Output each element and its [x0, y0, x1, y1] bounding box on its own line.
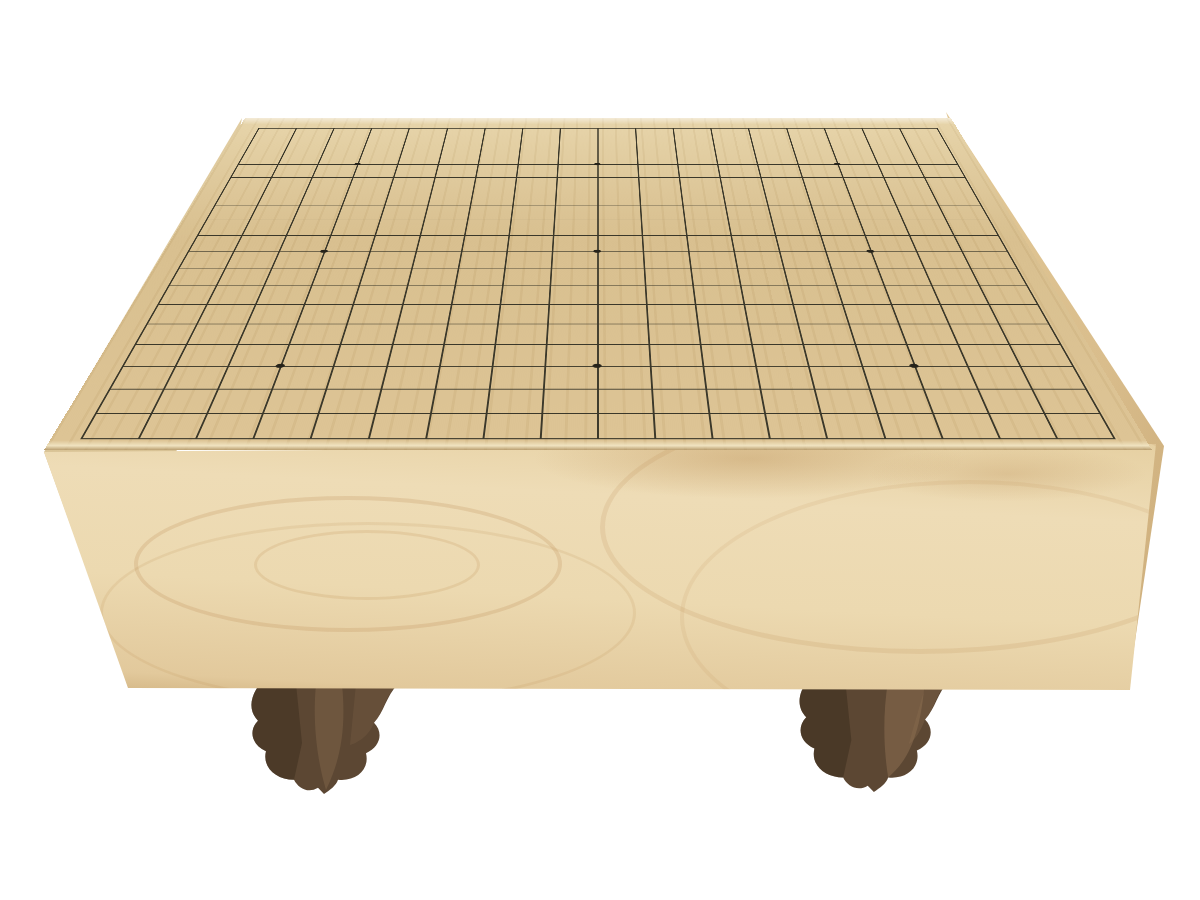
grid-cell — [635, 128, 674, 140]
grid-cell — [793, 304, 848, 324]
grid-cell — [725, 205, 771, 220]
grid-cell — [597, 128, 635, 140]
grid-cell — [392, 324, 447, 345]
grid-cell — [517, 152, 558, 164]
grid-cell — [312, 164, 358, 177]
grid-cell — [837, 164, 883, 177]
grid-cell — [970, 268, 1027, 286]
grid-cell — [688, 251, 737, 268]
grid-cell — [693, 286, 744, 305]
go-grid — [80, 128, 1116, 439]
grid-cell — [263, 268, 317, 286]
grid-cell — [638, 177, 680, 191]
grid-cell — [458, 251, 507, 268]
grid-cell — [895, 205, 945, 220]
grid-cell — [686, 235, 734, 251]
grid-cell — [905, 140, 950, 152]
grid-cell — [864, 235, 916, 251]
grid-cell — [347, 177, 393, 191]
wood-grain-ring — [254, 530, 480, 600]
grid-cell — [489, 366, 545, 389]
grid-cell — [641, 220, 686, 235]
grid-cell — [558, 140, 597, 152]
grid-cell — [728, 220, 775, 235]
grid-cell — [544, 344, 597, 366]
grid-cell — [979, 286, 1037, 305]
grid-cell — [467, 205, 512, 220]
grid-cell — [326, 366, 386, 389]
grid-cell — [437, 152, 479, 164]
grid-cell — [644, 268, 693, 286]
grid-cell — [597, 304, 647, 324]
grid-cell — [597, 191, 640, 205]
grid-cell — [597, 177, 639, 191]
grid-cell — [930, 191, 980, 205]
grid-cell — [311, 268, 364, 286]
grid-cell — [434, 366, 491, 389]
grid-cell — [797, 164, 842, 177]
grid-cell — [293, 205, 342, 220]
grid-cell — [516, 164, 558, 177]
grid-cell — [842, 177, 889, 191]
grid-cell — [218, 366, 281, 389]
grid-cell — [353, 164, 398, 177]
grid-cell — [541, 389, 597, 413]
grid-cell — [272, 366, 333, 389]
grid-cell — [679, 177, 722, 191]
grid-cell — [233, 235, 286, 251]
grid-cell — [306, 177, 353, 191]
grid-cell — [597, 164, 638, 177]
grid-cell — [682, 205, 727, 220]
grid-cell — [597, 140, 636, 152]
grid-cell — [866, 140, 910, 152]
grid-cell — [710, 128, 751, 140]
grid-cell — [470, 191, 514, 205]
grid-cell — [279, 235, 331, 251]
grid-cell — [510, 205, 554, 220]
grid-cell — [289, 324, 347, 345]
grid-cell — [757, 164, 801, 177]
grid-cell — [477, 152, 519, 164]
grid-cell — [815, 220, 864, 235]
grid-cell — [690, 268, 740, 286]
grid-cell — [597, 324, 648, 345]
grid-cell — [902, 220, 953, 235]
grid-cell — [700, 344, 755, 366]
grid-cell — [359, 268, 411, 286]
grid-cell — [988, 304, 1048, 324]
grid-cell — [398, 152, 441, 164]
grid-cell — [242, 220, 293, 235]
grid-cell — [514, 177, 557, 191]
grid-cell — [405, 128, 446, 140]
grid-cell — [249, 205, 299, 220]
grid-cell — [767, 205, 814, 220]
grid-cell — [828, 140, 872, 152]
grid-cell — [876, 268, 930, 286]
grid-cell — [461, 235, 509, 251]
grid-cell — [868, 389, 931, 413]
grid-cell — [786, 128, 828, 140]
grid-cell — [760, 177, 805, 191]
grid-cell — [597, 344, 650, 366]
grid-cell — [402, 140, 444, 152]
grid-cell — [889, 191, 938, 205]
grid-cell — [854, 344, 914, 366]
grid-cell — [597, 268, 645, 286]
grid-cell — [278, 152, 324, 164]
grid-cell — [819, 235, 870, 251]
grid-cell — [722, 191, 767, 205]
grid-cell — [464, 220, 510, 235]
grid-cell — [861, 128, 905, 140]
grid-cell — [430, 389, 489, 413]
grid-cell — [228, 344, 289, 366]
grid-cell — [255, 286, 311, 305]
grid-cell — [814, 389, 876, 413]
grid-cell — [808, 366, 868, 389]
grid-cell — [734, 251, 784, 268]
grid-cell — [280, 344, 340, 366]
grid-cell — [451, 286, 502, 305]
grid-cell — [793, 152, 837, 164]
grid-cell — [494, 324, 547, 345]
grid-cell — [506, 235, 553, 251]
grid-cell — [247, 304, 305, 324]
grid-cell — [751, 344, 808, 366]
grid-cell — [425, 413, 486, 438]
grid-cell — [499, 286, 549, 305]
grid-cell — [333, 344, 391, 366]
grid-cell — [549, 268, 597, 286]
grid-cell — [386, 344, 443, 366]
grid-cell — [779, 251, 830, 268]
grid-cell — [362, 140, 405, 152]
grid-cell — [393, 164, 437, 177]
grid-cell — [917, 164, 964, 177]
grid-cell — [286, 220, 336, 235]
grid-cell — [237, 324, 296, 345]
grid-cell — [475, 164, 517, 177]
grid-cell — [653, 413, 712, 438]
grid-cell — [597, 152, 637, 164]
grid-cell — [257, 191, 306, 205]
grid-cell — [924, 177, 973, 191]
go-board-top — [44, 118, 1152, 450]
grid-cell — [636, 140, 676, 152]
grid-cell — [805, 191, 852, 205]
grid-cell — [899, 128, 943, 140]
grid-cell — [300, 191, 348, 205]
grid-cell — [677, 164, 719, 177]
grid-cell — [803, 344, 861, 366]
grid-cell — [597, 366, 651, 389]
grid-cell — [825, 251, 877, 268]
grid-cell — [521, 128, 560, 140]
grid-cell — [789, 140, 832, 152]
grid-cell — [540, 413, 597, 438]
grid-cell — [646, 304, 697, 324]
grid-cell — [415, 235, 464, 251]
carved-leg-shape — [246, 684, 414, 796]
grid-cell — [709, 413, 770, 438]
grid-cell — [597, 220, 641, 235]
grid-cell — [870, 251, 923, 268]
grid-cell — [340, 324, 397, 345]
grid-cell — [1031, 389, 1099, 413]
grid-cell — [557, 152, 597, 164]
grid-cell — [841, 304, 897, 324]
grid-cell — [911, 152, 957, 164]
grid-cell — [823, 128, 866, 140]
grid-cell — [472, 177, 515, 191]
grid-cell — [847, 191, 895, 205]
grid-cell — [551, 251, 598, 268]
grid-cell — [370, 235, 420, 251]
grid-cell — [402, 286, 454, 305]
grid-cell — [673, 128, 713, 140]
grid-cell — [512, 191, 555, 205]
grid-cell — [389, 177, 434, 191]
grid-cell — [552, 235, 597, 251]
grid-cell — [737, 268, 788, 286]
grid-cell — [1043, 413, 1113, 438]
grid-cell — [760, 389, 820, 413]
grid-cell — [482, 128, 522, 140]
grid-cell — [905, 344, 966, 366]
grid-cell — [744, 304, 798, 324]
grid-cell — [788, 286, 842, 305]
grid-cell — [482, 413, 541, 438]
grid-cell — [504, 251, 552, 268]
grid-cell — [447, 304, 500, 324]
grid-cell — [764, 191, 810, 205]
grid-cell — [703, 366, 760, 389]
grid-cell — [238, 152, 284, 164]
grid-cell — [890, 304, 948, 324]
grid-cell — [358, 152, 402, 164]
grid-cell — [771, 220, 819, 235]
grid-cell — [637, 164, 679, 177]
grid-cell — [597, 413, 654, 438]
grid-cell — [556, 177, 598, 191]
grid-cell — [502, 268, 551, 286]
grid-cell — [755, 366, 814, 389]
grid-cell — [998, 324, 1060, 345]
grid-cell — [810, 205, 858, 220]
grid-cell — [852, 205, 901, 220]
star-point — [593, 364, 602, 368]
grid-cell — [195, 413, 262, 438]
grid-cell — [284, 140, 329, 152]
grid-cell — [713, 140, 754, 152]
grid-cell — [876, 413, 941, 438]
grid-cell — [547, 304, 597, 324]
grid-cell — [347, 304, 402, 324]
star-point — [866, 250, 875, 253]
grid-cell — [898, 324, 957, 345]
grid-cell — [367, 128, 409, 140]
grid-cell — [597, 389, 653, 413]
grid-cell — [832, 152, 877, 164]
grid-cell — [559, 128, 597, 140]
grid-cell — [297, 304, 353, 324]
star-point — [594, 163, 601, 165]
grid-cell — [597, 205, 640, 220]
grid-cell — [444, 128, 485, 140]
grid-cell — [342, 191, 389, 205]
grid-cell — [681, 191, 725, 205]
grid-cell — [419, 220, 466, 235]
grid-cell — [546, 324, 597, 345]
grid-cell — [331, 220, 380, 235]
grid-cell — [264, 177, 312, 191]
grid-cell — [548, 286, 597, 305]
grid-cell — [820, 413, 884, 438]
carved-leg-shape — [794, 680, 966, 794]
grid-cell — [397, 304, 451, 324]
grid-cell — [775, 235, 825, 251]
grid-cell — [443, 324, 497, 345]
grid-cell — [439, 344, 495, 366]
grid-cell — [883, 177, 931, 191]
grid-cell — [877, 164, 924, 177]
grid-cell — [554, 205, 597, 220]
grid-cell — [492, 344, 546, 366]
grid-cell — [252, 128, 296, 140]
grid-cell — [861, 366, 922, 389]
grid-cell — [639, 191, 682, 205]
grid-cell — [557, 164, 598, 177]
grid-cell — [676, 152, 718, 164]
grid-cell — [938, 205, 989, 220]
grid-cell — [650, 366, 706, 389]
grid-cell — [883, 286, 939, 305]
grid-cell — [636, 152, 677, 164]
grid-cell — [225, 251, 279, 268]
grid-cell — [263, 389, 326, 413]
star-point — [593, 250, 601, 253]
grid-cell — [253, 413, 318, 438]
grid-cell — [674, 140, 715, 152]
grid-cell — [731, 235, 780, 251]
grid-cell — [206, 286, 263, 305]
grid-cell — [374, 389, 434, 413]
star-point — [908, 364, 919, 368]
grid-cell — [336, 205, 384, 220]
grid-cell — [740, 286, 792, 305]
grid-cell — [649, 344, 703, 366]
grid-cell — [961, 251, 1016, 268]
grid-cell — [368, 413, 430, 438]
grid-cell — [640, 205, 684, 220]
grid-cell — [715, 152, 757, 164]
grid-cell — [245, 140, 290, 152]
grid-cell — [1008, 344, 1072, 366]
grid-cell — [508, 220, 553, 235]
grid-cell — [797, 324, 854, 345]
grid-cell — [643, 251, 691, 268]
grid-cell — [801, 177, 847, 191]
grid-cell — [720, 177, 764, 191]
grid-cell — [953, 235, 1007, 251]
grid-cell — [684, 220, 730, 235]
grid-cell — [764, 413, 826, 438]
grid-cell — [597, 235, 642, 251]
grid-cell — [747, 324, 802, 345]
grid-cell — [697, 324, 751, 345]
grid-cell — [290, 128, 334, 140]
front-left-leg — [246, 684, 414, 796]
grid-cell — [717, 164, 760, 177]
grid-cell — [751, 140, 793, 152]
grid-cell — [645, 286, 695, 305]
grid-cell — [480, 140, 521, 152]
grid-cell — [754, 152, 797, 164]
grid-cell — [871, 152, 916, 164]
front-right-leg — [794, 680, 966, 794]
grid-cell — [830, 268, 883, 286]
grid-cell — [324, 235, 375, 251]
grid-cell — [427, 191, 472, 205]
grid-cell — [385, 191, 431, 205]
grid-cell — [431, 177, 475, 191]
grid-cell — [945, 220, 997, 235]
grid-cell — [380, 366, 439, 389]
grid-cell — [329, 128, 372, 140]
grid-cell — [858, 220, 908, 235]
grid-cell — [304, 286, 359, 305]
grid-cell — [695, 304, 748, 324]
grid-cell — [364, 251, 415, 268]
grid-cell — [642, 235, 688, 251]
grid-cell — [271, 251, 324, 268]
grid-cell — [411, 251, 461, 268]
grid-cell — [1019, 366, 1085, 389]
grid-cell — [207, 389, 272, 413]
grid-cell — [705, 389, 764, 413]
star-point — [833, 163, 841, 165]
grid-cell — [597, 251, 644, 268]
grid-cell — [647, 324, 700, 345]
grid-cell — [318, 389, 380, 413]
grid-cell — [434, 164, 477, 177]
grid-cell — [271, 164, 318, 177]
grid-cell — [543, 366, 597, 389]
grid-cell — [318, 251, 370, 268]
grid-cell — [497, 304, 548, 324]
grid-cell — [519, 140, 559, 152]
grid-cell — [555, 191, 598, 205]
grid-cell — [486, 389, 543, 413]
grid-cell — [375, 220, 423, 235]
grid-cell — [441, 140, 482, 152]
grid-cell — [651, 389, 708, 413]
grid-cell — [783, 268, 835, 286]
grid-cell — [216, 268, 272, 286]
board-front-face — [44, 444, 1164, 692]
grid-cell — [406, 268, 457, 286]
goban-product-photo — [0, 0, 1200, 900]
grid-cell — [597, 286, 646, 305]
grid-cell — [836, 286, 891, 305]
grid-cell — [423, 205, 469, 220]
grid-cell — [553, 220, 597, 235]
grid-cell — [848, 324, 906, 345]
grid-cell — [454, 268, 504, 286]
grid-cell — [323, 140, 367, 152]
